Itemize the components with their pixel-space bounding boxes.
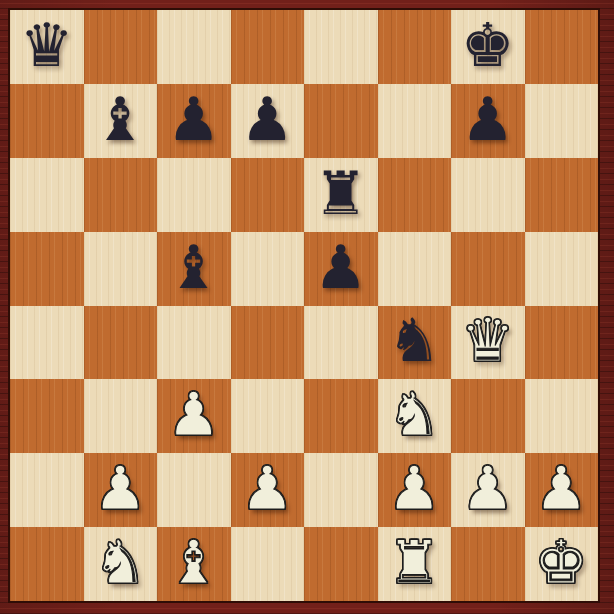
square-f1[interactable]: ♜: [378, 527, 452, 601]
square-g3[interactable]: [451, 379, 525, 453]
square-d5[interactable]: [231, 232, 305, 306]
white-pawn[interactable]: ♟: [387, 458, 441, 518]
square-h8[interactable]: [525, 10, 599, 84]
square-b8[interactable]: [84, 10, 158, 84]
square-h6[interactable]: [525, 158, 599, 232]
square-g7[interactable]: ♟: [451, 84, 525, 158]
square-d2[interactable]: ♟: [231, 453, 305, 527]
white-queen[interactable]: ♛: [461, 310, 515, 370]
square-c4[interactable]: [157, 306, 231, 380]
black-pawn[interactable]: ♟: [314, 237, 368, 297]
square-b7[interactable]: ♝: [84, 84, 158, 158]
square-g2[interactable]: ♟: [451, 453, 525, 527]
square-h3[interactable]: [525, 379, 599, 453]
square-e1[interactable]: [304, 527, 378, 601]
square-b2[interactable]: ♟: [84, 453, 158, 527]
square-c2[interactable]: [157, 453, 231, 527]
white-knight[interactable]: ♞: [387, 384, 441, 444]
black-bishop[interactable]: ♝: [93, 89, 147, 149]
square-c5[interactable]: ♝: [157, 232, 231, 306]
square-h7[interactable]: [525, 84, 599, 158]
square-c1[interactable]: ♝: [157, 527, 231, 601]
square-b3[interactable]: [84, 379, 158, 453]
square-a2[interactable]: [10, 453, 84, 527]
square-c6[interactable]: [157, 158, 231, 232]
black-pawn[interactable]: ♟: [461, 89, 515, 149]
square-b1[interactable]: ♞: [84, 527, 158, 601]
white-rook[interactable]: ♜: [387, 532, 441, 592]
square-a3[interactable]: [10, 379, 84, 453]
black-bishop[interactable]: ♝: [167, 237, 221, 297]
square-h1[interactable]: ♚: [525, 527, 599, 601]
square-g5[interactable]: [451, 232, 525, 306]
square-e8[interactable]: [304, 10, 378, 84]
white-bishop[interactable]: ♝: [167, 532, 221, 592]
square-e5[interactable]: ♟: [304, 232, 378, 306]
square-a5[interactable]: [10, 232, 84, 306]
white-king[interactable]: ♚: [534, 532, 588, 592]
black-queen[interactable]: ♛: [20, 15, 74, 75]
square-a6[interactable]: [10, 158, 84, 232]
square-a8[interactable]: ♛: [10, 10, 84, 84]
square-f5[interactable]: [378, 232, 452, 306]
square-e6[interactable]: ♜: [304, 158, 378, 232]
square-f7[interactable]: [378, 84, 452, 158]
white-pawn[interactable]: ♟: [534, 458, 588, 518]
white-knight[interactable]: ♞: [93, 532, 147, 592]
white-pawn[interactable]: ♟: [461, 458, 515, 518]
square-g1[interactable]: [451, 527, 525, 601]
square-f2[interactable]: ♟: [378, 453, 452, 527]
square-c8[interactable]: [157, 10, 231, 84]
square-b4[interactable]: [84, 306, 158, 380]
square-d8[interactable]: [231, 10, 305, 84]
square-d1[interactable]: [231, 527, 305, 601]
square-f8[interactable]: [378, 10, 452, 84]
square-e4[interactable]: [304, 306, 378, 380]
square-d7[interactable]: ♟: [231, 84, 305, 158]
square-f6[interactable]: [378, 158, 452, 232]
white-pawn[interactable]: ♟: [240, 458, 294, 518]
square-d6[interactable]: [231, 158, 305, 232]
black-knight[interactable]: ♞: [387, 310, 441, 370]
square-c7[interactable]: ♟: [157, 84, 231, 158]
square-a1[interactable]: [10, 527, 84, 601]
square-e3[interactable]: [304, 379, 378, 453]
white-pawn[interactable]: ♟: [167, 384, 221, 444]
square-g6[interactable]: [451, 158, 525, 232]
square-b5[interactable]: [84, 232, 158, 306]
square-c3[interactable]: ♟: [157, 379, 231, 453]
square-b6[interactable]: [84, 158, 158, 232]
square-d4[interactable]: [231, 306, 305, 380]
square-a4[interactable]: [10, 306, 84, 380]
black-pawn[interactable]: ♟: [167, 89, 221, 149]
chess-board: ♛♚♝♟♟♟♜♝♟♞♛♟♞♟♟♟♟♟♞♝♜♚: [8, 8, 600, 603]
square-e2[interactable]: [304, 453, 378, 527]
square-h4[interactable]: [525, 306, 599, 380]
square-h5[interactable]: [525, 232, 599, 306]
black-rook[interactable]: ♜: [314, 163, 368, 223]
square-g4[interactable]: ♛: [451, 306, 525, 380]
black-pawn[interactable]: ♟: [240, 89, 294, 149]
black-king[interactable]: ♚: [461, 15, 515, 75]
square-d3[interactable]: [231, 379, 305, 453]
square-f3[interactable]: ♞: [378, 379, 452, 453]
square-e7[interactable]: [304, 84, 378, 158]
square-g8[interactable]: ♚: [451, 10, 525, 84]
board-frame: ♛♚♝♟♟♟♜♝♟♞♛♟♞♟♟♟♟♟♞♝♜♚: [0, 0, 614, 614]
square-h2[interactable]: ♟: [525, 453, 599, 527]
square-f4[interactable]: ♞: [378, 306, 452, 380]
white-pawn[interactable]: ♟: [93, 458, 147, 518]
square-a7[interactable]: [10, 84, 84, 158]
